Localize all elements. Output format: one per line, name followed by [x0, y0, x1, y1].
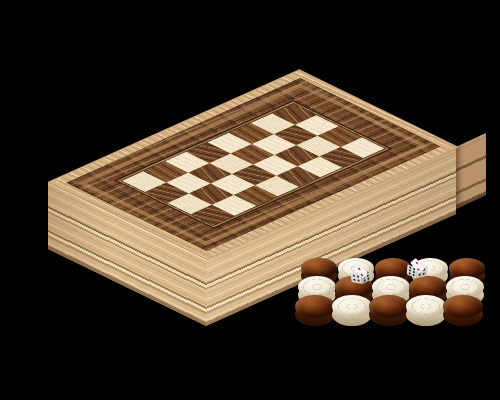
checker-top	[369, 295, 409, 318]
die-pip-black	[367, 277, 370, 280]
die-pip-black	[408, 272, 411, 275]
checker-top	[443, 295, 483, 318]
die-pip-red	[360, 273, 363, 276]
die-pip-red	[415, 261, 418, 264]
checker-dark	[443, 295, 483, 326]
die-1	[349, 262, 378, 289]
checker-light	[406, 295, 446, 326]
die-pip-black	[418, 273, 421, 276]
case-right-end-face	[456, 133, 486, 209]
die-pip-black	[412, 273, 415, 276]
die-2	[406, 258, 434, 284]
die-pip-black	[357, 279, 360, 282]
die-pip-black	[352, 274, 355, 277]
checker-dark	[295, 295, 335, 326]
checker-light	[332, 295, 372, 326]
checker-top	[332, 295, 372, 318]
product-photo-scene	[0, 0, 500, 400]
checker-dark	[369, 295, 409, 326]
die-pip-red	[357, 267, 360, 270]
die-pip-black	[422, 272, 425, 275]
checker-top	[406, 295, 446, 318]
die-pip-black	[363, 279, 366, 282]
checker-top	[295, 295, 335, 318]
die-pip-black	[353, 278, 356, 281]
die-pip-red	[417, 268, 420, 271]
